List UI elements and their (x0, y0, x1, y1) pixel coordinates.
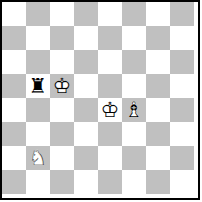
square-d6[interactable] (74, 50, 98, 74)
square-h4[interactable] (170, 98, 194, 122)
square-e5[interactable] (98, 74, 122, 98)
square-c6[interactable] (50, 50, 74, 74)
square-e4[interactable]: ♚♔ (98, 98, 122, 122)
square-a4[interactable] (2, 98, 26, 122)
board-frame: ♜♚♔♚♔♝♗♞♘ (0, 0, 200, 200)
square-b1[interactable] (26, 170, 50, 194)
square-b8[interactable] (26, 2, 50, 26)
square-d3[interactable] (74, 122, 98, 146)
piece-outline-glyph: ♔ (98, 98, 122, 122)
square-a8[interactable] (2, 2, 26, 26)
square-c7[interactable] (50, 26, 74, 50)
square-b7[interactable] (26, 26, 50, 50)
square-e7[interactable] (98, 26, 122, 50)
square-e6[interactable] (98, 50, 122, 74)
square-g4[interactable] (146, 98, 170, 122)
square-d4[interactable] (74, 98, 98, 122)
white-bishop-piece: ♝♗ (122, 98, 146, 122)
square-c5[interactable]: ♚♔ (50, 74, 74, 98)
piece-outline-glyph: ♜ (26, 74, 50, 98)
square-a6[interactable] (2, 50, 26, 74)
square-e2[interactable] (98, 146, 122, 170)
square-f4[interactable]: ♝♗ (122, 98, 146, 122)
square-c3[interactable] (50, 122, 74, 146)
chess-board: ♜♚♔♚♔♝♗♞♘ (2, 2, 194, 194)
black-rook-piece: ♜ (26, 74, 50, 98)
square-f5[interactable] (122, 74, 146, 98)
square-f6[interactable] (122, 50, 146, 74)
square-c4[interactable] (50, 98, 74, 122)
square-c2[interactable] (50, 146, 74, 170)
square-h6[interactable] (170, 50, 194, 74)
square-h2[interactable] (170, 146, 194, 170)
square-c1[interactable] (50, 170, 74, 194)
square-d5[interactable] (74, 74, 98, 98)
square-e3[interactable] (98, 122, 122, 146)
square-h8[interactable] (170, 2, 194, 26)
square-g2[interactable] (146, 146, 170, 170)
square-a5[interactable] (2, 74, 26, 98)
square-d1[interactable] (74, 170, 98, 194)
square-h3[interactable] (170, 122, 194, 146)
square-b4[interactable] (26, 98, 50, 122)
square-g7[interactable] (146, 26, 170, 50)
square-g3[interactable] (146, 122, 170, 146)
square-g1[interactable] (146, 170, 170, 194)
piece-outline-glyph: ♘ (26, 146, 50, 170)
square-b5[interactable]: ♜ (26, 74, 50, 98)
square-b3[interactable] (26, 122, 50, 146)
square-b2[interactable]: ♞♘ (26, 146, 50, 170)
square-a1[interactable] (2, 170, 26, 194)
square-f2[interactable] (122, 146, 146, 170)
square-g6[interactable] (146, 50, 170, 74)
square-b6[interactable] (26, 50, 50, 74)
white-knight-piece: ♞♘ (26, 146, 50, 170)
square-e8[interactable] (98, 2, 122, 26)
square-h1[interactable] (170, 170, 194, 194)
square-d7[interactable] (74, 26, 98, 50)
white-king-piece: ♚♔ (98, 98, 122, 122)
square-a7[interactable] (2, 26, 26, 50)
square-f8[interactable] (122, 2, 146, 26)
square-f1[interactable] (122, 170, 146, 194)
square-d2[interactable] (74, 146, 98, 170)
square-g5[interactable] (146, 74, 170, 98)
square-a3[interactable] (2, 122, 26, 146)
square-g8[interactable] (146, 2, 170, 26)
square-f7[interactable] (122, 26, 146, 50)
square-h7[interactable] (170, 26, 194, 50)
piece-outline-glyph: ♗ (122, 98, 146, 122)
square-d8[interactable] (74, 2, 98, 26)
square-e1[interactable] (98, 170, 122, 194)
chess-diagram: ♜♚♔♚♔♝♗♞♘ (0, 0, 202, 202)
square-c8[interactable] (50, 2, 74, 26)
square-f3[interactable] (122, 122, 146, 146)
white-king-piece: ♚♔ (50, 74, 74, 98)
square-a2[interactable] (2, 146, 26, 170)
square-h5[interactable] (170, 74, 194, 98)
piece-outline-glyph: ♔ (50, 74, 74, 98)
